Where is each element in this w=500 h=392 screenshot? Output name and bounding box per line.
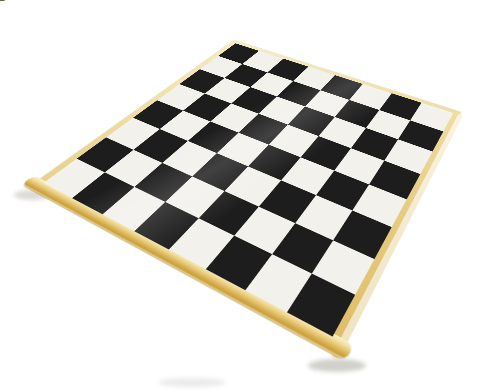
black-pawn-h7: ♟ (0, 0, 7, 2)
yellow-bishop-c1: ♝ (0, 0, 7, 2)
yellow-queen-e1: ♛ (0, 0, 7, 2)
black-queen-e8: ♛ (0, 0, 7, 2)
black-bishop-g8: ♝ (0, 0, 7, 2)
chess-board (30, 40, 461, 352)
black-pawn-c7: ♟ (0, 0, 7, 2)
yellow-pawn-c2: ♟ (0, 0, 7, 2)
black-pawn-a7: ♟ (0, 0, 7, 2)
yellow-pawn-a2: ♟ (0, 0, 7, 2)
ground-shadow-bottom-corner (308, 359, 366, 372)
yellow-bishop-f1: ♝ (0, 0, 7, 2)
board-frame (30, 40, 461, 352)
yellow-rook-h1: ♜ (0, 0, 7, 2)
yellow-rook-a1: ♜ (0, 0, 7, 2)
yellow-pawn-g2: ♟ (0, 0, 7, 2)
ground-shadow-smudge (158, 378, 226, 387)
black-king-d8: ♚ (0, 0, 7, 2)
yellow-pawn-f2: ♟ (0, 0, 7, 2)
yellow-knight-g1: ♞ (0, 0, 7, 2)
black-pawn-f7: ♟ (0, 0, 7, 2)
black-bishop-c8: ♝ (0, 0, 7, 2)
yellow-pawn-h2: ♟ (0, 0, 7, 2)
black-pawn-d7: ♟ (0, 0, 7, 2)
yellow-pawn-b2: ♟ (0, 0, 7, 2)
black-pawn-b7: ♟ (0, 0, 7, 2)
black-knight-f8: ♞ (0, 0, 7, 2)
yellow-knight-b1: ♞ (0, 0, 7, 2)
black-knight-b8: ♞ (0, 0, 7, 2)
yellow-pawn-d2: ♟ (0, 0, 7, 2)
chess-set-photo: Overhead perspective photo of a wooden-f… (0, 0, 500, 392)
yellow-king-d1: ♚ (0, 0, 7, 2)
black-pawn-e7: ♟ (0, 0, 7, 2)
black-rook-h8: ♜ (0, 0, 7, 2)
yellow-pawn-e2: ♟ (0, 0, 7, 2)
black-rook-a8: ♜ (0, 0, 7, 2)
black-pawn-g7: ♟ (0, 0, 7, 2)
